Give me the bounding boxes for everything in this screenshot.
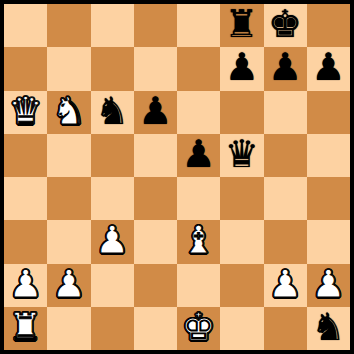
square-h8[interactable] [307, 4, 350, 47]
square-a8[interactable] [4, 4, 47, 47]
square-f2[interactable] [220, 264, 263, 307]
square-c5[interactable] [91, 134, 134, 177]
square-d5[interactable] [134, 134, 177, 177]
square-e3[interactable]: ♝ [177, 220, 220, 263]
piece-white-pawn: ♟ [311, 264, 345, 306]
square-g3[interactable] [264, 220, 307, 263]
square-a5[interactable] [4, 134, 47, 177]
square-a1[interactable]: ♜ [4, 307, 47, 350]
square-b7[interactable] [47, 47, 90, 90]
piece-black-knight: ♞ [95, 91, 129, 133]
piece-black-pawn: ♟ [311, 47, 345, 89]
piece-black-pawn: ♟ [182, 134, 216, 176]
square-e1[interactable]: ♚ [177, 307, 220, 350]
square-h1[interactable]: ♞ [307, 307, 350, 350]
square-g2[interactable]: ♟ [264, 264, 307, 307]
square-h6[interactable] [307, 91, 350, 134]
square-c1[interactable] [91, 307, 134, 350]
square-g8[interactable]: ♚ [264, 4, 307, 47]
piece-black-pawn: ♟ [138, 91, 172, 133]
square-e6[interactable] [177, 91, 220, 134]
square-e8[interactable] [177, 4, 220, 47]
square-d7[interactable] [134, 47, 177, 90]
square-f7[interactable]: ♟ [220, 47, 263, 90]
piece-black-knight: ♞ [311, 307, 345, 349]
piece-black-queen: ♛ [225, 134, 259, 176]
piece-white-pawn: ♟ [268, 264, 302, 306]
piece-black-pawn: ♟ [268, 47, 302, 89]
piece-white-rook: ♜ [9, 307, 43, 349]
square-g7[interactable]: ♟ [264, 47, 307, 90]
square-d4[interactable] [134, 177, 177, 220]
chess-board: ♜♚♟♟♟♛♞♞♟♟♛♟♝♟♟♟♟♜♚♞ [4, 4, 350, 350]
square-a7[interactable] [4, 47, 47, 90]
square-f8[interactable]: ♜ [220, 4, 263, 47]
square-h2[interactable]: ♟ [307, 264, 350, 307]
piece-white-knight: ♞ [52, 91, 86, 133]
square-e7[interactable] [177, 47, 220, 90]
square-a4[interactable] [4, 177, 47, 220]
square-h7[interactable]: ♟ [307, 47, 350, 90]
piece-white-pawn: ♟ [95, 220, 129, 262]
square-g5[interactable] [264, 134, 307, 177]
square-g1[interactable] [264, 307, 307, 350]
square-c2[interactable] [91, 264, 134, 307]
square-c8[interactable] [91, 4, 134, 47]
piece-white-pawn: ♟ [9, 264, 43, 306]
piece-white-king: ♚ [182, 307, 216, 349]
piece-white-bishop: ♝ [182, 220, 216, 262]
square-d6[interactable]: ♟ [134, 91, 177, 134]
square-b1[interactable] [47, 307, 90, 350]
square-a6[interactable]: ♛ [4, 91, 47, 134]
square-f4[interactable] [220, 177, 263, 220]
square-f3[interactable] [220, 220, 263, 263]
piece-black-king: ♚ [268, 4, 302, 46]
square-h5[interactable] [307, 134, 350, 177]
square-a2[interactable]: ♟ [4, 264, 47, 307]
piece-white-pawn: ♟ [52, 264, 86, 306]
piece-white-queen: ♛ [9, 91, 43, 133]
square-d3[interactable] [134, 220, 177, 263]
square-c7[interactable] [91, 47, 134, 90]
square-g6[interactable] [264, 91, 307, 134]
square-f6[interactable] [220, 91, 263, 134]
square-f5[interactable]: ♛ [220, 134, 263, 177]
square-c4[interactable] [91, 177, 134, 220]
square-b3[interactable] [47, 220, 90, 263]
square-e5[interactable]: ♟ [177, 134, 220, 177]
square-b2[interactable]: ♟ [47, 264, 90, 307]
chess-board-frame: ♜♚♟♟♟♛♞♞♟♟♛♟♝♟♟♟♟♜♚♞ [0, 0, 354, 354]
square-b8[interactable] [47, 4, 90, 47]
square-b6[interactable]: ♞ [47, 91, 90, 134]
square-d2[interactable] [134, 264, 177, 307]
square-f1[interactable] [220, 307, 263, 350]
square-a3[interactable] [4, 220, 47, 263]
square-d8[interactable] [134, 4, 177, 47]
square-b4[interactable] [47, 177, 90, 220]
piece-black-pawn: ♟ [225, 47, 259, 89]
square-c3[interactable]: ♟ [91, 220, 134, 263]
square-h4[interactable] [307, 177, 350, 220]
square-d1[interactable] [134, 307, 177, 350]
square-c6[interactable]: ♞ [91, 91, 134, 134]
square-g4[interactable] [264, 177, 307, 220]
square-h3[interactable] [307, 220, 350, 263]
square-e2[interactable] [177, 264, 220, 307]
piece-black-rook: ♜ [225, 4, 259, 46]
square-e4[interactable] [177, 177, 220, 220]
square-b5[interactable] [47, 134, 90, 177]
